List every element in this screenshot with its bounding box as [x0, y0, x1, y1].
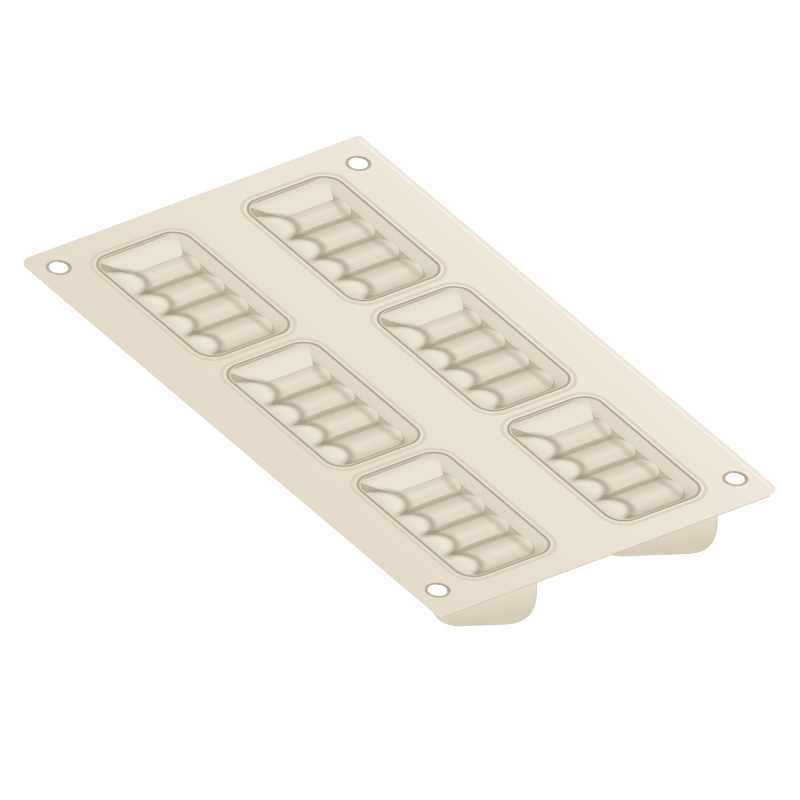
- mold-photo-canvas: Beige silicone baking mold with six rect…: [0, 0, 800, 800]
- product-photo: Beige silicone baking mold with six rect…: [0, 0, 800, 800]
